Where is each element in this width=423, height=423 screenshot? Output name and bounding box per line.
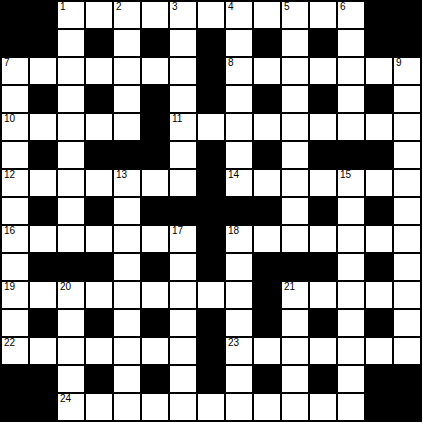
letter-cell[interactable]: 6 xyxy=(338,2,364,28)
letter-cell[interactable] xyxy=(170,30,196,56)
letter-cell[interactable] xyxy=(142,170,168,196)
block-cell xyxy=(198,170,224,196)
letter-cell[interactable]: 16 xyxy=(2,226,28,252)
letter-cell[interactable] xyxy=(114,282,140,308)
block-cell xyxy=(254,282,280,308)
block-cell xyxy=(366,366,392,392)
letter-cell[interactable] xyxy=(366,170,392,196)
letter-cell[interactable] xyxy=(394,310,420,336)
letter-cell[interactable]: 4 xyxy=(226,2,252,28)
block-cell xyxy=(310,198,336,224)
letter-cell[interactable] xyxy=(170,58,196,84)
letter-cell[interactable] xyxy=(86,170,112,196)
letter-cell[interactable] xyxy=(198,394,224,420)
letter-cell[interactable]: 21 xyxy=(282,282,308,308)
letter-cell[interactable] xyxy=(170,338,196,364)
letter-cell[interactable] xyxy=(254,114,280,140)
letter-cell[interactable]: 23 xyxy=(226,338,252,364)
letter-cell[interactable] xyxy=(254,170,280,196)
letter-cell[interactable] xyxy=(58,310,84,336)
block-cell xyxy=(142,86,168,112)
block-cell xyxy=(30,394,56,420)
letter-cell[interactable] xyxy=(366,282,392,308)
block-cell xyxy=(198,338,224,364)
block-cell xyxy=(86,142,112,168)
block-cell xyxy=(254,86,280,112)
letter-cell[interactable] xyxy=(114,30,140,56)
letter-cell[interactable] xyxy=(338,338,364,364)
letter-cell[interactable] xyxy=(142,338,168,364)
clue-number: 18 xyxy=(228,225,239,237)
letter-cell[interactable] xyxy=(338,394,364,420)
block-cell xyxy=(30,142,56,168)
letter-cell[interactable] xyxy=(394,170,420,196)
block-cell xyxy=(198,366,224,392)
letter-cell[interactable]: 20 xyxy=(58,282,84,308)
letter-cell[interactable] xyxy=(30,226,56,252)
letter-cell[interactable] xyxy=(310,282,336,308)
block-cell xyxy=(198,86,224,112)
block-cell xyxy=(142,114,168,140)
clue-number: 11 xyxy=(172,113,182,125)
letter-cell[interactable]: 9 xyxy=(394,58,420,84)
block-cell xyxy=(58,254,84,280)
letter-cell[interactable] xyxy=(366,114,392,140)
block-cell xyxy=(394,394,420,420)
block-cell xyxy=(86,198,112,224)
letter-cell[interactable] xyxy=(338,254,364,280)
block-cell xyxy=(198,226,224,252)
letter-cell[interactable] xyxy=(86,114,112,140)
letter-cell[interactable]: 14 xyxy=(226,170,252,196)
block-cell xyxy=(114,142,140,168)
letter-cell[interactable]: 10 xyxy=(2,114,28,140)
letter-cell[interactable] xyxy=(226,254,252,280)
letter-cell[interactable]: 13 xyxy=(114,170,140,196)
letter-cell[interactable] xyxy=(170,142,196,168)
block-cell xyxy=(254,198,280,224)
letter-cell[interactable] xyxy=(338,366,364,392)
letter-cell[interactable] xyxy=(114,338,140,364)
letter-cell[interactable] xyxy=(30,282,56,308)
letter-cell[interactable] xyxy=(254,2,280,28)
letter-cell[interactable]: 5 xyxy=(282,2,308,28)
block-cell xyxy=(170,198,196,224)
letter-cell[interactable] xyxy=(394,86,420,112)
clue-number: 20 xyxy=(60,281,71,293)
block-cell xyxy=(86,30,112,56)
block-cell xyxy=(30,2,56,28)
letter-cell[interactable] xyxy=(338,86,364,112)
block-cell xyxy=(86,310,112,336)
letter-cell[interactable] xyxy=(58,114,84,140)
block-cell xyxy=(282,254,308,280)
letter-cell[interactable] xyxy=(282,170,308,196)
letter-cell[interactable] xyxy=(394,338,420,364)
letter-cell[interactable] xyxy=(58,338,84,364)
letter-cell[interactable] xyxy=(254,226,280,252)
block-cell xyxy=(142,142,168,168)
letter-cell[interactable]: 2 xyxy=(114,2,140,28)
clue-number: 21 xyxy=(284,281,295,293)
block-cell xyxy=(366,2,392,28)
letter-cell[interactable] xyxy=(282,366,308,392)
letter-cell[interactable] xyxy=(338,114,364,140)
letter-cell[interactable] xyxy=(170,282,196,308)
letter-cell[interactable] xyxy=(114,254,140,280)
block-cell xyxy=(254,30,280,56)
block-cell xyxy=(366,30,392,56)
block-cell xyxy=(310,30,336,56)
letter-cell[interactable] xyxy=(170,254,196,280)
block-cell xyxy=(2,2,28,28)
letter-cell[interactable] xyxy=(2,198,28,224)
block-cell xyxy=(142,254,168,280)
block-cell xyxy=(2,30,28,56)
letter-cell[interactable] xyxy=(142,58,168,84)
clue-number: 6 xyxy=(340,1,346,13)
letter-cell[interactable] xyxy=(282,198,308,224)
letter-cell[interactable] xyxy=(58,198,84,224)
block-cell xyxy=(30,86,56,112)
block-cell xyxy=(30,254,56,280)
letter-cell[interactable] xyxy=(310,58,336,84)
letter-cell[interactable] xyxy=(394,114,420,140)
letter-cell[interactable] xyxy=(170,310,196,336)
letter-cell[interactable]: 11 xyxy=(170,114,196,140)
letter-cell[interactable] xyxy=(394,282,420,308)
letter-cell[interactable]: 8 xyxy=(226,58,252,84)
letter-cell[interactable] xyxy=(338,226,364,252)
block-cell xyxy=(30,198,56,224)
letter-cell[interactable]: 19 xyxy=(2,282,28,308)
clue-number: 7 xyxy=(4,57,10,69)
letter-cell[interactable] xyxy=(394,226,420,252)
block-cell xyxy=(310,142,336,168)
letter-cell[interactable] xyxy=(30,170,56,196)
letter-cell[interactable] xyxy=(394,198,420,224)
letter-cell[interactable] xyxy=(366,58,392,84)
letter-cell[interactable] xyxy=(282,310,308,336)
letter-cell[interactable] xyxy=(142,394,168,420)
clue-number: 10 xyxy=(4,113,15,125)
block-cell xyxy=(86,86,112,112)
block-cell xyxy=(366,394,392,420)
clue-number: 16 xyxy=(4,225,15,237)
letter-cell[interactable] xyxy=(282,30,308,56)
letter-cell[interactable] xyxy=(282,142,308,168)
block-cell xyxy=(86,254,112,280)
letter-cell[interactable] xyxy=(86,338,112,364)
letter-cell[interactable] xyxy=(254,58,280,84)
block-cell xyxy=(254,254,280,280)
letter-cell[interactable] xyxy=(170,394,196,420)
letter-cell[interactable] xyxy=(282,58,308,84)
letter-cell[interactable] xyxy=(226,310,252,336)
clue-number: 14 xyxy=(228,169,239,181)
block-cell xyxy=(30,310,56,336)
letter-cell[interactable]: 22 xyxy=(2,338,28,364)
letter-cell[interactable] xyxy=(2,86,28,112)
letter-cell[interactable] xyxy=(2,142,28,168)
letter-cell[interactable] xyxy=(226,30,252,56)
block-cell xyxy=(2,394,28,420)
letter-cell[interactable] xyxy=(2,254,28,280)
clue-number: 13 xyxy=(116,169,127,181)
letter-cell[interactable] xyxy=(58,58,84,84)
crossword-board: 123456789101112131415161718192021222324 xyxy=(0,0,422,422)
letter-cell[interactable] xyxy=(58,366,84,392)
block-cell xyxy=(254,142,280,168)
letter-cell[interactable] xyxy=(254,338,280,364)
block-cell xyxy=(366,198,392,224)
block-cell xyxy=(198,198,224,224)
letter-cell[interactable] xyxy=(86,394,112,420)
letter-cell[interactable] xyxy=(226,394,252,420)
block-cell xyxy=(142,198,168,224)
letter-cell[interactable] xyxy=(338,30,364,56)
letter-cell[interactable] xyxy=(114,114,140,140)
letter-cell[interactable] xyxy=(310,2,336,28)
letter-cell[interactable] xyxy=(282,226,308,252)
clue-number: 8 xyxy=(228,57,234,69)
block-cell xyxy=(86,366,112,392)
letter-cell[interactable] xyxy=(86,2,112,28)
letter-cell[interactable] xyxy=(114,366,140,392)
clue-number: 19 xyxy=(4,281,15,293)
clue-number: 9 xyxy=(396,57,402,69)
letter-cell[interactable] xyxy=(338,310,364,336)
letter-cell[interactable] xyxy=(58,30,84,56)
letter-cell[interactable] xyxy=(142,2,168,28)
letter-cell[interactable] xyxy=(254,394,280,420)
letter-cell[interactable] xyxy=(30,114,56,140)
letter-cell[interactable] xyxy=(2,310,28,336)
letter-cell[interactable]: 24 xyxy=(58,394,84,420)
letter-cell[interactable] xyxy=(338,198,364,224)
letter-cell[interactable] xyxy=(58,226,84,252)
letter-cell[interactable] xyxy=(114,310,140,336)
block-cell xyxy=(366,142,392,168)
block-cell xyxy=(198,254,224,280)
letter-cell[interactable]: 17 xyxy=(170,226,196,252)
letter-cell[interactable] xyxy=(282,86,308,112)
letter-cell[interactable]: 12 xyxy=(2,170,28,196)
letter-cell[interactable] xyxy=(114,226,140,252)
letter-cell[interactable] xyxy=(114,58,140,84)
clue-number: 22 xyxy=(4,337,15,349)
block-cell xyxy=(310,86,336,112)
clue-number: 24 xyxy=(60,393,71,405)
letter-cell[interactable] xyxy=(226,142,252,168)
letter-cell[interactable] xyxy=(170,366,196,392)
letter-cell[interactable] xyxy=(142,282,168,308)
block-cell xyxy=(198,310,224,336)
letter-cell[interactable] xyxy=(58,170,84,196)
letter-cell[interactable] xyxy=(226,366,252,392)
letter-cell[interactable] xyxy=(30,338,56,364)
letter-cell[interactable] xyxy=(198,114,224,140)
letter-cell[interactable] xyxy=(394,142,420,168)
block-cell xyxy=(394,30,420,56)
letter-cell[interactable] xyxy=(226,86,252,112)
clue-number: 17 xyxy=(172,225,183,237)
letter-cell[interactable] xyxy=(86,226,112,252)
block-cell xyxy=(310,310,336,336)
clue-number: 5 xyxy=(284,1,290,13)
clue-number: 1 xyxy=(60,1,66,13)
letter-cell[interactable] xyxy=(338,282,364,308)
letter-cell[interactable] xyxy=(86,282,112,308)
block-cell xyxy=(142,310,168,336)
block-cell xyxy=(254,366,280,392)
letter-cell[interactable] xyxy=(198,282,224,308)
block-cell xyxy=(2,366,28,392)
clue-number: 2 xyxy=(116,1,122,13)
block-cell xyxy=(142,30,168,56)
block-cell xyxy=(198,142,224,168)
clue-number: 4 xyxy=(228,1,234,13)
block-cell xyxy=(394,2,420,28)
letter-cell[interactable] xyxy=(366,338,392,364)
letter-cell[interactable] xyxy=(310,170,336,196)
block-cell xyxy=(30,366,56,392)
letter-cell[interactable] xyxy=(282,338,308,364)
letter-cell[interactable] xyxy=(114,394,140,420)
clue-number: 3 xyxy=(172,1,178,13)
clue-number: 23 xyxy=(228,337,239,349)
letter-cell[interactable] xyxy=(310,114,336,140)
letter-cell[interactable] xyxy=(282,114,308,140)
letter-cell[interactable] xyxy=(310,338,336,364)
letter-cell[interactable] xyxy=(310,394,336,420)
clue-number: 12 xyxy=(4,169,15,181)
letter-cell[interactable] xyxy=(226,114,252,140)
block-cell xyxy=(366,86,392,112)
letter-cell[interactable]: 7 xyxy=(2,58,28,84)
block-cell xyxy=(198,30,224,56)
letter-cell[interactable] xyxy=(198,2,224,28)
block-cell xyxy=(310,366,336,392)
letter-cell[interactable] xyxy=(114,198,140,224)
letter-cell[interactable] xyxy=(142,226,168,252)
letter-cell[interactable]: 15 xyxy=(338,170,364,196)
letter-cell[interactable] xyxy=(310,226,336,252)
block-cell xyxy=(226,198,252,224)
block-cell xyxy=(338,142,364,168)
block-cell xyxy=(142,366,168,392)
block-cell xyxy=(366,310,392,336)
letter-cell[interactable] xyxy=(226,282,252,308)
block-cell xyxy=(310,254,336,280)
letter-cell[interactable]: 18 xyxy=(226,226,252,252)
block-cell xyxy=(198,58,224,84)
letter-cell[interactable] xyxy=(338,58,364,84)
letter-cell[interactable] xyxy=(114,86,140,112)
letter-cell[interactable] xyxy=(170,86,196,112)
letter-cell[interactable] xyxy=(58,142,84,168)
block-cell xyxy=(394,366,420,392)
letter-cell[interactable] xyxy=(30,58,56,84)
block-cell xyxy=(254,310,280,336)
letter-cell[interactable] xyxy=(58,86,84,112)
letter-cell[interactable] xyxy=(170,170,196,196)
block-cell xyxy=(30,30,56,56)
letter-cell[interactable] xyxy=(282,394,308,420)
letter-cell[interactable] xyxy=(366,226,392,252)
letter-cell[interactable] xyxy=(86,58,112,84)
block-cell xyxy=(366,254,392,280)
letter-cell[interactable]: 1 xyxy=(58,2,84,28)
letter-cell[interactable] xyxy=(394,254,420,280)
letter-cell[interactable]: 3 xyxy=(170,2,196,28)
clue-number: 15 xyxy=(340,169,351,181)
